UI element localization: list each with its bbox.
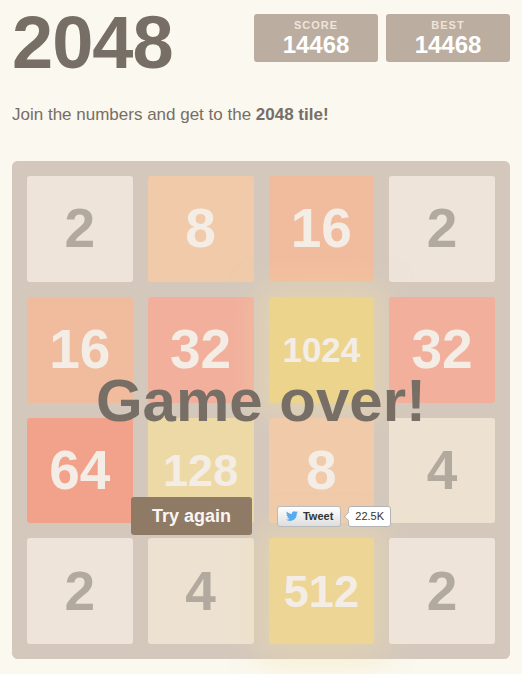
twitter-bird-icon xyxy=(285,510,299,522)
game-board: 2816216321024326412884245122 Game over! … xyxy=(12,161,510,659)
tweet-button[interactable]: Tweet xyxy=(277,506,341,527)
best-box: BEST 14468 xyxy=(386,14,510,62)
overlay-buttons: Try again Tweet 22.5K xyxy=(12,497,510,535)
best-label: BEST xyxy=(431,19,464,32)
scores-container: SCORE 14468 BEST 14468 xyxy=(254,14,510,62)
try-again-button[interactable]: Try again xyxy=(131,497,252,535)
game-over-message: Game over! xyxy=(12,371,510,431)
header: 2048 SCORE 14468 BEST 14468 xyxy=(12,8,510,78)
score-value: 14468 xyxy=(283,32,350,58)
page-container: 2048 SCORE 14468 BEST 14468 Join the num… xyxy=(12,0,510,659)
app-title: 2048 xyxy=(12,8,173,78)
game-over-overlay: Game over! Try again Tweet 22.5K xyxy=(12,161,510,659)
tweet-label: Tweet xyxy=(303,510,333,522)
tweet-count[interactable]: 22.5K xyxy=(348,506,391,527)
score-label: SCORE xyxy=(294,19,338,32)
tweet-widget: Tweet 22.5K xyxy=(277,506,391,527)
subtitle-text: Join the numbers and get to the xyxy=(12,105,256,124)
score-box: SCORE 14468 xyxy=(254,14,378,62)
tweet-count-caret xyxy=(344,511,354,521)
best-value: 14468 xyxy=(415,32,482,58)
tweet-count-value: 22.5K xyxy=(355,510,384,522)
subtitle: Join the numbers and get to the 2048 til… xyxy=(12,104,510,126)
subtitle-goal: 2048 tile! xyxy=(256,105,329,124)
